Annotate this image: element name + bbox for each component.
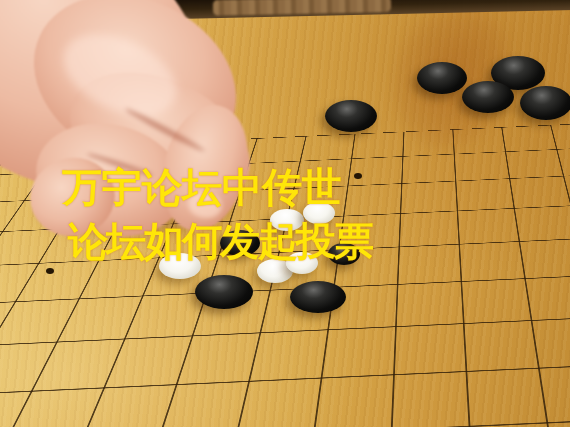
overlay-text-line1: 万宇论坛中传世 [62, 167, 342, 207]
black-stone: ● [325, 100, 377, 132]
black-stone-glyph: ● [195, 275, 253, 309]
black-stone-glyph: ● [520, 86, 570, 120]
black-stone-glyph: ● [290, 281, 346, 313]
overlay-text-line2: 论坛如何发起投票 [68, 221, 372, 261]
black-stone: ● [417, 62, 467, 94]
star-point [46, 268, 54, 274]
black-stone: ● [462, 81, 514, 113]
black-stone-glyph: ● [462, 81, 514, 113]
star-point [354, 173, 362, 179]
black-stone-glyph: ● [417, 62, 467, 94]
black-stone: ● [520, 86, 570, 120]
black-stone: ● [290, 281, 346, 313]
go-photo-scene: ●●●●●●●●●○○○○○ 万宇论坛中传世 论坛如何发起投票 [0, 0, 570, 427]
black-stone: ● [195, 275, 253, 309]
black-stone-glyph: ● [325, 100, 377, 132]
